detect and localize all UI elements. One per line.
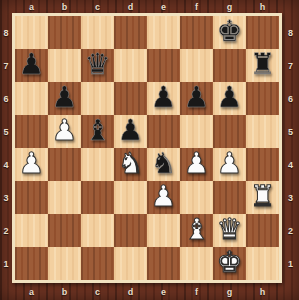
square-b6[interactable]: ♟ <box>48 82 81 115</box>
rank-label-right-6: 6 <box>282 82 299 115</box>
rank-label-left-3: 3 <box>0 181 12 214</box>
square-g6[interactable]: ♟ <box>213 82 246 115</box>
square-c8[interactable] <box>81 16 114 49</box>
square-f8[interactable] <box>180 16 213 49</box>
square-a7[interactable]: ♟ <box>15 49 48 82</box>
file-label-bottom-b: b <box>48 283 81 300</box>
black-pawn-a7[interactable]: ♟ <box>19 50 45 79</box>
square-e4[interactable]: ♞ <box>147 148 180 181</box>
square-h3[interactable]: ♜ <box>246 181 279 214</box>
square-d2[interactable] <box>114 214 147 247</box>
square-g4[interactable]: ♟ <box>213 148 246 181</box>
rank-label-right-2: 2 <box>282 214 299 247</box>
square-h7[interactable]: ♜ <box>246 49 279 82</box>
rank-label-left-6: 6 <box>0 82 12 115</box>
file-label-bottom-h: h <box>246 283 279 300</box>
square-g5[interactable] <box>213 115 246 148</box>
square-e5[interactable] <box>147 115 180 148</box>
black-rook-h7[interactable]: ♜ <box>250 50 276 79</box>
white-king-g1[interactable]: ♚ <box>217 248 243 277</box>
square-g1[interactable]: ♚ <box>213 247 246 280</box>
rank-label-left-8: 8 <box>0 16 12 49</box>
black-king-g8[interactable]: ♚ <box>217 17 243 46</box>
file-label-top-d: d <box>114 0 147 13</box>
square-a2[interactable] <box>15 214 48 247</box>
board-inner-border: ♚♟♛♜♟♟♟♟♟♝♟♟♞♞♟♟♟♜♝♛♚ <box>12 13 282 283</box>
rank-label-right-5: 5 <box>282 115 299 148</box>
square-e7[interactable] <box>147 49 180 82</box>
file-labels-bottom: abcdefgh <box>15 283 279 300</box>
square-c6[interactable] <box>81 82 114 115</box>
black-bishop-c5[interactable]: ♝ <box>85 116 111 145</box>
square-e3[interactable]: ♟ <box>147 181 180 214</box>
square-c1[interactable] <box>81 247 114 280</box>
file-label-top-e: e <box>147 0 180 13</box>
square-c4[interactable] <box>81 148 114 181</box>
square-b4[interactable] <box>48 148 81 181</box>
square-h8[interactable] <box>246 16 279 49</box>
square-c7[interactable]: ♛ <box>81 49 114 82</box>
square-a6[interactable] <box>15 82 48 115</box>
square-f1[interactable] <box>180 247 213 280</box>
square-f5[interactable] <box>180 115 213 148</box>
rank-label-left-1: 1 <box>0 247 12 280</box>
square-d5[interactable]: ♟ <box>114 115 147 148</box>
square-b2[interactable] <box>48 214 81 247</box>
square-f6[interactable]: ♟ <box>180 82 213 115</box>
file-label-bottom-g: g <box>213 283 246 300</box>
square-b7[interactable] <box>48 49 81 82</box>
rank-label-left-4: 4 <box>0 148 12 181</box>
square-b8[interactable] <box>48 16 81 49</box>
square-e2[interactable] <box>147 214 180 247</box>
square-d4[interactable]: ♞ <box>114 148 147 181</box>
square-f7[interactable] <box>180 49 213 82</box>
black-queen-c7[interactable]: ♛ <box>85 50 111 79</box>
square-f2[interactable]: ♝ <box>180 214 213 247</box>
file-label-top-c: c <box>81 0 114 13</box>
square-a4[interactable]: ♟ <box>15 148 48 181</box>
white-pawn-f4[interactable]: ♟ <box>184 149 210 178</box>
rank-labels-left: 87654321 <box>0 16 12 280</box>
rank-label-right-8: 8 <box>282 16 299 49</box>
square-h5[interactable] <box>246 115 279 148</box>
square-d3[interactable] <box>114 181 147 214</box>
square-c2[interactable] <box>81 214 114 247</box>
square-g3[interactable] <box>213 181 246 214</box>
file-label-bottom-e: e <box>147 283 180 300</box>
square-b1[interactable] <box>48 247 81 280</box>
file-labels-top: abcdefgh <box>15 0 279 13</box>
rank-label-left-5: 5 <box>0 115 12 148</box>
rank-label-right-3: 3 <box>282 181 299 214</box>
square-c3[interactable] <box>81 181 114 214</box>
white-pawn-e3[interactable]: ♟ <box>151 182 177 211</box>
black-knight-e4[interactable]: ♞ <box>151 149 177 178</box>
square-a3[interactable] <box>15 181 48 214</box>
square-h2[interactable] <box>246 214 279 247</box>
square-g8[interactable]: ♚ <box>213 16 246 49</box>
file-label-top-h: h <box>246 0 279 13</box>
rank-label-right-4: 4 <box>282 148 299 181</box>
file-label-top-b: b <box>48 0 81 13</box>
square-e6[interactable]: ♟ <box>147 82 180 115</box>
square-e1[interactable] <box>147 247 180 280</box>
file-label-bottom-a: a <box>15 283 48 300</box>
board: ♚♟♛♜♟♟♟♟♟♝♟♟♞♞♟♟♟♜♝♛♚ <box>15 16 279 280</box>
white-knight-d4[interactable]: ♞ <box>118 149 144 178</box>
square-b3[interactable] <box>48 181 81 214</box>
square-h4[interactable] <box>246 148 279 181</box>
white-rook-h3[interactable]: ♜ <box>250 182 276 211</box>
square-d6[interactable] <box>114 82 147 115</box>
file-label-bottom-c: c <box>81 283 114 300</box>
file-label-top-a: a <box>15 0 48 13</box>
square-e8[interactable] <box>147 16 180 49</box>
square-f4[interactable]: ♟ <box>180 148 213 181</box>
square-c5[interactable]: ♝ <box>81 115 114 148</box>
rank-label-right-7: 7 <box>282 49 299 82</box>
square-g2[interactable]: ♛ <box>213 214 246 247</box>
square-g7[interactable] <box>213 49 246 82</box>
square-d7[interactable] <box>114 49 147 82</box>
black-pawn-b6[interactable]: ♟ <box>52 83 78 112</box>
white-pawn-b5[interactable]: ♟ <box>52 116 78 145</box>
white-pawn-g4[interactable]: ♟ <box>217 149 243 178</box>
rank-label-right-1: 1 <box>282 247 299 280</box>
square-d1[interactable] <box>114 247 147 280</box>
square-d8[interactable] <box>114 16 147 49</box>
file-label-top-g: g <box>213 0 246 13</box>
rank-labels-right: 87654321 <box>282 16 299 280</box>
square-h1[interactable] <box>246 247 279 280</box>
white-bishop-f2[interactable]: ♝ <box>184 215 210 244</box>
white-queen-g2[interactable]: ♛ <box>217 215 243 244</box>
black-pawn-f6[interactable]: ♟ <box>184 83 210 112</box>
white-pawn-a4[interactable]: ♟ <box>19 149 45 178</box>
square-a8[interactable] <box>15 16 48 49</box>
square-a5[interactable] <box>15 115 48 148</box>
chess-board-frame: abcdefgh abcdefgh 87654321 87654321 ♚♟♛♜… <box>0 0 299 300</box>
black-pawn-e6[interactable]: ♟ <box>151 83 177 112</box>
file-label-bottom-f: f <box>180 283 213 300</box>
square-b5[interactable]: ♟ <box>48 115 81 148</box>
square-f3[interactable] <box>180 181 213 214</box>
file-label-bottom-d: d <box>114 283 147 300</box>
square-a1[interactable] <box>15 247 48 280</box>
file-label-top-f: f <box>180 0 213 13</box>
black-pawn-g6[interactable]: ♟ <box>217 83 243 112</box>
rank-label-left-2: 2 <box>0 214 12 247</box>
rank-label-left-7: 7 <box>0 49 12 82</box>
black-pawn-d5[interactable]: ♟ <box>118 116 144 145</box>
square-h6[interactable] <box>246 82 279 115</box>
